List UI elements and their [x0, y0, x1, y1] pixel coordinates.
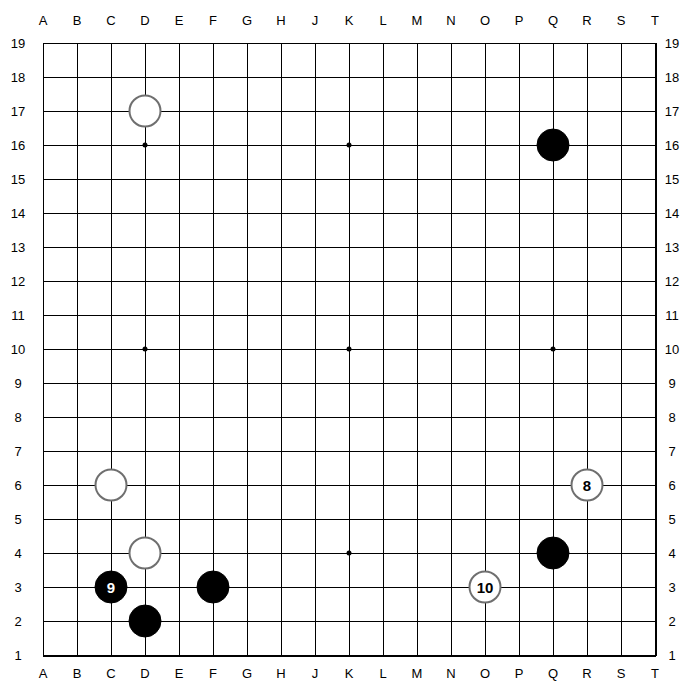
column-label-bottom-O: O [480, 667, 490, 680]
column-label-bottom-T: T [651, 667, 659, 680]
grid-line-vertical [417, 43, 418, 656]
black-stone-F3[interactable] [197, 571, 230, 604]
row-label-right-3: 3 [668, 581, 675, 594]
grid-line-vertical [485, 43, 486, 656]
grid-line-horizontal [43, 655, 656, 657]
row-label-right-11: 11 [665, 309, 679, 322]
row-label-left-11: 11 [11, 309, 25, 322]
row-label-right-19: 19 [665, 37, 679, 50]
row-label-right-16: 16 [665, 139, 679, 152]
row-label-left-16: 16 [11, 139, 25, 152]
row-label-right-9: 9 [668, 377, 675, 390]
move-number-label: 9 [107, 579, 115, 596]
black-stone-Q16[interactable] [537, 129, 570, 162]
column-label-bottom-J: J [312, 667, 319, 680]
row-label-right-12: 12 [665, 275, 679, 288]
grid-line-vertical [587, 43, 588, 656]
row-label-left-8: 8 [14, 411, 21, 424]
grid-line-horizontal [43, 485, 656, 486]
black-stone-Q4[interactable] [537, 537, 570, 570]
column-label-top-G: G [242, 14, 252, 27]
column-label-top-K: K [345, 14, 354, 27]
row-label-left-17: 17 [11, 105, 25, 118]
white-stone-R6[interactable]: 8 [571, 469, 604, 502]
column-label-top-R: R [582, 14, 591, 27]
column-label-top-T: T [651, 14, 659, 27]
move-number-label: 10 [477, 579, 494, 596]
row-label-left-5: 5 [14, 513, 21, 526]
grid-line-horizontal [43, 451, 656, 452]
column-label-top-N: N [446, 14, 455, 27]
row-label-right-1: 1 [668, 649, 675, 662]
white-stone-D4[interactable] [129, 537, 162, 570]
column-label-top-D: D [140, 14, 149, 27]
grid-line-horizontal [43, 587, 656, 588]
column-label-bottom-R: R [582, 667, 591, 680]
row-label-right-5: 5 [668, 513, 675, 526]
row-label-right-14: 14 [665, 207, 679, 220]
column-label-top-M: M [412, 14, 423, 27]
black-stone-C3[interactable]: 9 [95, 571, 128, 604]
row-label-left-3: 3 [14, 581, 21, 594]
grid-line-vertical [655, 43, 657, 656]
row-label-left-9: 9 [14, 377, 21, 390]
column-label-bottom-P: P [515, 667, 524, 680]
row-label-left-10: 10 [11, 343, 25, 356]
grid-line-vertical [519, 43, 520, 656]
star-point-K4 [347, 551, 352, 556]
grid-line-horizontal [43, 383, 656, 384]
column-label-bottom-G: G [242, 667, 252, 680]
row-label-left-6: 6 [14, 479, 21, 492]
column-label-bottom-F: F [209, 667, 217, 680]
star-point-D10 [143, 347, 148, 352]
column-label-bottom-C: C [106, 667, 115, 680]
column-label-top-C: C [106, 14, 115, 27]
row-label-left-18: 18 [11, 71, 25, 84]
go-board[interactable]: AABBCCDDEEFFGGHHJJKKLLMMNNOOPPQQRRSSTT19… [0, 0, 696, 696]
white-stone-O3[interactable]: 10 [469, 571, 502, 604]
row-label-right-17: 17 [665, 105, 679, 118]
column-label-top-L: L [379, 14, 386, 27]
row-label-right-18: 18 [665, 71, 679, 84]
column-label-top-S: S [617, 14, 626, 27]
row-label-left-12: 12 [11, 275, 25, 288]
column-label-bottom-N: N [446, 667, 455, 680]
column-label-top-B: B [73, 14, 82, 27]
column-label-bottom-D: D [140, 667, 149, 680]
row-label-left-15: 15 [11, 173, 25, 186]
row-label-right-13: 13 [665, 241, 679, 254]
grid-line-horizontal [43, 417, 656, 418]
black-stone-D2[interactable] [129, 605, 162, 638]
column-label-bottom-Q: Q [548, 667, 558, 680]
star-point-D16 [143, 143, 148, 148]
row-label-right-6: 6 [668, 479, 675, 492]
white-stone-D17[interactable] [129, 95, 162, 128]
column-label-bottom-H: H [276, 667, 285, 680]
row-label-right-7: 7 [668, 445, 675, 458]
column-label-bottom-E: E [175, 667, 184, 680]
column-label-top-F: F [209, 14, 217, 27]
row-label-left-1: 1 [14, 649, 21, 662]
column-label-bottom-A: A [39, 667, 48, 680]
row-label-left-2: 2 [14, 615, 21, 628]
white-stone-C6[interactable] [95, 469, 128, 502]
column-label-bottom-B: B [73, 667, 82, 680]
row-label-left-7: 7 [14, 445, 21, 458]
row-label-right-4: 4 [668, 547, 675, 560]
column-label-top-J: J [312, 14, 319, 27]
star-point-K16 [347, 143, 352, 148]
star-point-K10 [347, 347, 352, 352]
column-label-top-P: P [515, 14, 524, 27]
column-label-top-E: E [175, 14, 184, 27]
row-label-left-4: 4 [14, 547, 21, 560]
grid-line-vertical [383, 43, 384, 656]
column-label-top-A: A [39, 14, 48, 27]
column-label-top-Q: Q [548, 14, 558, 27]
row-label-right-10: 10 [665, 343, 679, 356]
column-label-top-H: H [276, 14, 285, 27]
star-point-Q10 [551, 347, 556, 352]
grid-line-vertical [621, 43, 622, 656]
row-label-left-13: 13 [11, 241, 25, 254]
row-label-right-15: 15 [665, 173, 679, 186]
move-number-label: 8 [583, 477, 591, 494]
grid-line-horizontal [43, 519, 656, 520]
column-label-bottom-S: S [617, 667, 626, 680]
row-label-left-14: 14 [11, 207, 25, 220]
row-label-left-19: 19 [11, 37, 25, 50]
row-label-right-8: 8 [668, 411, 675, 424]
row-label-right-2: 2 [668, 615, 675, 628]
column-label-bottom-L: L [379, 667, 386, 680]
grid-line-vertical [451, 43, 452, 656]
column-label-bottom-K: K [345, 667, 354, 680]
column-label-bottom-M: M [412, 667, 423, 680]
column-label-top-O: O [480, 14, 490, 27]
